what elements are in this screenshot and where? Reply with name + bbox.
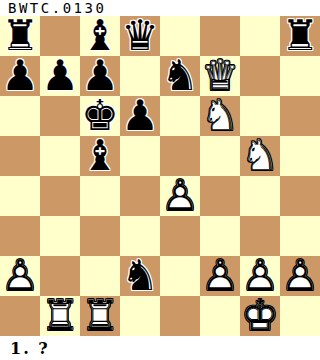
square-g3[interactable]: [240, 216, 280, 256]
square-g5[interactable]: ♞♘: [240, 136, 280, 176]
square-a2[interactable]: ♟♙: [0, 256, 40, 296]
piece-white-king: ♚: [240, 296, 280, 336]
piece-white-pawn-outline: ♙: [280, 256, 320, 296]
square-b8[interactable]: [40, 16, 80, 56]
piece-white-pawn-outline: ♙: [160, 176, 200, 216]
square-a7[interactable]: ♟: [0, 56, 40, 96]
square-g8[interactable]: [240, 16, 280, 56]
square-h7[interactable]: [280, 56, 320, 96]
square-b7[interactable]: ♟: [40, 56, 80, 96]
piece-black-pawn: ♟: [0, 56, 40, 96]
square-g7[interactable]: [240, 56, 280, 96]
square-f8[interactable]: [200, 16, 240, 56]
square-f2[interactable]: ♟♙: [200, 256, 240, 296]
square-a3[interactable]: [0, 216, 40, 256]
piece-white-queen: ♛: [200, 56, 240, 96]
square-c4[interactable]: [80, 176, 120, 216]
piece-white-knight-outline: ♘: [200, 96, 240, 136]
square-c2[interactable]: [80, 256, 120, 296]
square-d3[interactable]: [120, 216, 160, 256]
square-d5[interactable]: [120, 136, 160, 176]
piece-black-bishop: ♝: [80, 16, 120, 56]
square-h3[interactable]: [280, 216, 320, 256]
piece-white-knight: ♞: [240, 136, 280, 176]
square-h6[interactable]: [280, 96, 320, 136]
piece-black-knight: ♞: [160, 56, 200, 96]
square-g1[interactable]: ♚♔: [240, 296, 280, 336]
square-e5[interactable]: [160, 136, 200, 176]
square-d7[interactable]: [120, 56, 160, 96]
square-b5[interactable]: [40, 136, 80, 176]
square-c3[interactable]: [80, 216, 120, 256]
square-a5[interactable]: [0, 136, 40, 176]
piece-black-bishop: ♝: [80, 136, 120, 176]
piece-white-rook: ♜: [80, 296, 120, 336]
square-h4[interactable]: [280, 176, 320, 216]
square-e3[interactable]: [160, 216, 200, 256]
piece-white-rook-outline: ♖: [80, 296, 120, 336]
square-b4[interactable]: [40, 176, 80, 216]
chess-board: ♜♝♛♜♟♟♟♞♛♕♚♟♞♘♝♞♘♟♙♟♙♞♟♙♟♙♟♙♜♖♜♖♚♔: [0, 16, 320, 336]
square-e7[interactable]: ♞: [160, 56, 200, 96]
square-f3[interactable]: [200, 216, 240, 256]
square-e8[interactable]: [160, 16, 200, 56]
square-f4[interactable]: [200, 176, 240, 216]
square-a1[interactable]: [0, 296, 40, 336]
square-g2[interactable]: ♟♙: [240, 256, 280, 296]
square-e6[interactable]: [160, 96, 200, 136]
square-h8[interactable]: ♜: [280, 16, 320, 56]
piece-black-pawn: ♟: [40, 56, 80, 96]
piece-white-pawn-outline: ♙: [0, 256, 40, 296]
piece-white-king-outline: ♔: [240, 296, 280, 336]
square-a4[interactable]: [0, 176, 40, 216]
status-bar: 1. ?: [0, 336, 320, 360]
piece-white-rook: ♜: [40, 296, 80, 336]
square-b1[interactable]: ♜♖: [40, 296, 80, 336]
square-c8[interactable]: ♝: [80, 16, 120, 56]
piece-black-king: ♚: [80, 96, 120, 136]
square-d2[interactable]: ♞: [120, 256, 160, 296]
piece-white-pawn: ♟: [160, 176, 200, 216]
piece-white-queen-outline: ♕: [200, 56, 240, 96]
square-g6[interactable]: [240, 96, 280, 136]
piece-white-pawn: ♟: [280, 256, 320, 296]
piece-white-rook-outline: ♖: [40, 296, 80, 336]
square-a6[interactable]: [0, 96, 40, 136]
square-b2[interactable]: [40, 256, 80, 296]
move-prompt: 1. ?: [0, 339, 50, 358]
piece-black-pawn: ♟: [80, 56, 120, 96]
piece-black-rook: ♜: [0, 16, 40, 56]
square-c5[interactable]: ♝: [80, 136, 120, 176]
square-f6[interactable]: ♞♘: [200, 96, 240, 136]
square-f5[interactable]: [200, 136, 240, 176]
piece-white-knight-outline: ♘: [240, 136, 280, 176]
puzzle-title: BWTC.0130: [0, 0, 106, 16]
piece-black-queen: ♛: [120, 16, 160, 56]
piece-white-pawn: ♟: [200, 256, 240, 296]
square-h2[interactable]: ♟♙: [280, 256, 320, 296]
piece-white-pawn: ♟: [240, 256, 280, 296]
square-e4[interactable]: ♟♙: [160, 176, 200, 216]
square-a8[interactable]: ♜: [0, 16, 40, 56]
square-c6[interactable]: ♚: [80, 96, 120, 136]
square-d4[interactable]: [120, 176, 160, 216]
square-h1[interactable]: [280, 296, 320, 336]
square-d6[interactable]: ♟: [120, 96, 160, 136]
square-e1[interactable]: [160, 296, 200, 336]
piece-white-knight: ♞: [200, 96, 240, 136]
square-g4[interactable]: [240, 176, 280, 216]
square-c7[interactable]: ♟: [80, 56, 120, 96]
square-h5[interactable]: [280, 136, 320, 176]
piece-black-knight: ♞: [120, 256, 160, 296]
piece-black-rook: ♜: [280, 16, 320, 56]
piece-white-pawn-outline: ♙: [200, 256, 240, 296]
piece-black-pawn: ♟: [120, 96, 160, 136]
piece-white-pawn-outline: ♙: [240, 256, 280, 296]
square-f1[interactable]: [200, 296, 240, 336]
square-c1[interactable]: ♜♖: [80, 296, 120, 336]
square-d8[interactable]: ♛: [120, 16, 160, 56]
square-d1[interactable]: [120, 296, 160, 336]
chess-puzzle-window: BWTC.0130 ♜♝♛♜♟♟♟♞♛♕♚♟♞♘♝♞♘♟♙♟♙♞♟♙♟♙♟♙♜♖…: [0, 0, 320, 360]
piece-white-pawn: ♟: [0, 256, 40, 296]
title-bar: BWTC.0130: [0, 0, 320, 16]
square-b3[interactable]: [40, 216, 80, 256]
square-b6[interactable]: [40, 96, 80, 136]
square-f7[interactable]: ♛♕: [200, 56, 240, 96]
square-e2[interactable]: [160, 256, 200, 296]
